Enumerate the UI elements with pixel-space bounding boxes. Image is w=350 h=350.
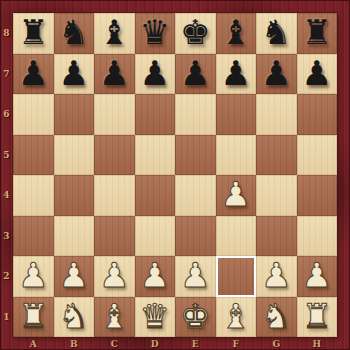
piece-white-pawn[interactable]: ♟	[99, 258, 129, 292]
rank-labels: 87654321	[0, 13, 13, 337]
file-label-c: C	[94, 337, 135, 350]
piece-white-knight[interactable]: ♞	[261, 299, 291, 333]
square-c8[interactable]: ♝	[94, 13, 135, 54]
file-label-g: G	[256, 337, 297, 350]
square-e7[interactable]: ♟	[175, 54, 216, 95]
piece-white-rook[interactable]: ♜	[18, 299, 48, 333]
square-h6[interactable]	[297, 94, 338, 135]
piece-white-bishop[interactable]: ♝	[99, 299, 129, 333]
square-a6[interactable]	[13, 94, 54, 135]
square-f6[interactable]	[216, 94, 257, 135]
square-b7[interactable]: ♟	[54, 54, 95, 95]
rank-label-6: 6	[0, 94, 13, 135]
rank-label-5: 5	[0, 135, 13, 176]
square-b2[interactable]: ♟	[54, 256, 95, 297]
piece-black-pawn[interactable]: ♟	[99, 56, 129, 90]
file-label-a: A	[13, 337, 54, 350]
square-h5[interactable]	[297, 135, 338, 176]
square-c6[interactable]	[94, 94, 135, 135]
chess-board: ♜♞♝♛♚♝♞♜♟♟♟♟♟♟♟♟♟♟♟♟♟♟♟♟♜♞♝♛♚♝♞♜	[13, 13, 337, 337]
square-b1[interactable]: ♞	[54, 297, 95, 338]
square-f8[interactable]: ♝	[216, 13, 257, 54]
square-d4[interactable]	[135, 175, 176, 216]
piece-black-bishop[interactable]: ♝	[99, 15, 129, 49]
piece-black-pawn[interactable]: ♟	[140, 56, 170, 90]
piece-white-pawn[interactable]: ♟	[18, 258, 48, 292]
piece-white-pawn[interactable]: ♟	[140, 258, 170, 292]
square-e2[interactable]: ♟	[175, 256, 216, 297]
rank-label-4: 4	[0, 175, 13, 216]
square-g4[interactable]	[256, 175, 297, 216]
piece-black-pawn[interactable]: ♟	[59, 56, 89, 90]
piece-white-pawn[interactable]: ♟	[261, 258, 291, 292]
piece-black-knight[interactable]: ♞	[59, 15, 89, 49]
square-b5[interactable]	[54, 135, 95, 176]
rank-label-3: 3	[0, 216, 13, 257]
rank-label-8: 8	[0, 13, 13, 54]
piece-black-queen[interactable]: ♛	[140, 15, 170, 49]
piece-black-pawn[interactable]: ♟	[221, 56, 251, 90]
square-h3[interactable]	[297, 216, 338, 257]
square-g3[interactable]	[256, 216, 297, 257]
square-f2[interactable]	[216, 256, 257, 297]
square-d8[interactable]: ♛	[135, 13, 176, 54]
square-h7[interactable]: ♟	[297, 54, 338, 95]
piece-black-rook[interactable]: ♜	[18, 15, 48, 49]
square-a8[interactable]: ♜	[13, 13, 54, 54]
square-h8[interactable]: ♜	[297, 13, 338, 54]
square-c7[interactable]: ♟	[94, 54, 135, 95]
square-c1[interactable]: ♝	[94, 297, 135, 338]
square-h2[interactable]: ♟	[297, 256, 338, 297]
square-c4[interactable]	[94, 175, 135, 216]
square-b8[interactable]: ♞	[54, 13, 95, 54]
piece-white-king[interactable]: ♚	[180, 299, 210, 333]
square-c3[interactable]	[94, 216, 135, 257]
rank-label-1: 1	[0, 297, 13, 338]
square-g1[interactable]: ♞	[256, 297, 297, 338]
file-label-b: B	[54, 337, 95, 350]
square-d1[interactable]: ♛	[135, 297, 176, 338]
square-a7[interactable]: ♟	[13, 54, 54, 95]
square-b6[interactable]	[54, 94, 95, 135]
square-b4[interactable]	[54, 175, 95, 216]
piece-black-king[interactable]: ♚	[180, 15, 210, 49]
square-d7[interactable]: ♟	[135, 54, 176, 95]
piece-white-pawn[interactable]: ♟	[59, 258, 89, 292]
square-f3[interactable]	[216, 216, 257, 257]
square-g7[interactable]: ♟	[256, 54, 297, 95]
square-d2[interactable]: ♟	[135, 256, 176, 297]
square-e6[interactable]	[175, 94, 216, 135]
square-e1[interactable]: ♚	[175, 297, 216, 338]
square-f4[interactable]: ♟	[216, 175, 257, 216]
piece-white-pawn[interactable]: ♟	[180, 258, 210, 292]
square-a3[interactable]	[13, 216, 54, 257]
square-d3[interactable]	[135, 216, 176, 257]
file-label-f: F	[216, 337, 257, 350]
piece-white-bishop[interactable]: ♝	[221, 299, 251, 333]
rank-label-7: 7	[0, 54, 13, 95]
piece-black-pawn[interactable]: ♟	[180, 56, 210, 90]
square-f5[interactable]	[216, 135, 257, 176]
file-label-d: D	[135, 337, 176, 350]
square-e8[interactable]: ♚	[175, 13, 216, 54]
square-a2[interactable]: ♟	[13, 256, 54, 297]
square-g6[interactable]	[256, 94, 297, 135]
square-b3[interactable]	[54, 216, 95, 257]
piece-white-pawn[interactable]: ♟	[302, 258, 332, 292]
square-c5[interactable]	[94, 135, 135, 176]
piece-black-pawn[interactable]: ♟	[261, 56, 291, 90]
piece-white-rook[interactable]: ♜	[302, 299, 332, 333]
square-e4[interactable]	[175, 175, 216, 216]
file-label-h: H	[297, 337, 338, 350]
square-g8[interactable]: ♞	[256, 13, 297, 54]
square-f7[interactable]: ♟	[216, 54, 257, 95]
square-h1[interactable]: ♜	[297, 297, 338, 338]
piece-white-queen[interactable]: ♛	[140, 299, 170, 333]
piece-black-pawn[interactable]: ♟	[302, 56, 332, 90]
file-labels: ABCDEFGH	[13, 337, 337, 350]
square-c2[interactable]: ♟	[94, 256, 135, 297]
board-frame: 87654321 ABCDEFGH ♜♞♝♛♚♝♞♜♟♟♟♟♟♟♟♟♟♟♟♟♟♟…	[0, 0, 350, 350]
square-f1[interactable]: ♝	[216, 297, 257, 338]
square-e5[interactable]	[175, 135, 216, 176]
square-g5[interactable]	[256, 135, 297, 176]
square-a5[interactable]	[13, 135, 54, 176]
square-a1[interactable]: ♜	[13, 297, 54, 338]
piece-white-knight[interactable]: ♞	[59, 299, 89, 333]
square-d5[interactable]	[135, 135, 176, 176]
file-label-e: E	[175, 337, 216, 350]
piece-black-knight[interactable]: ♞	[261, 15, 291, 49]
square-a4[interactable]	[13, 175, 54, 216]
piece-black-rook[interactable]: ♜	[302, 15, 332, 49]
square-e3[interactable]	[175, 216, 216, 257]
piece-black-bishop[interactable]: ♝	[221, 15, 251, 49]
square-h4[interactable]	[297, 175, 338, 216]
piece-white-pawn[interactable]: ♟	[221, 177, 251, 211]
square-g2[interactable]: ♟	[256, 256, 297, 297]
square-d6[interactable]	[135, 94, 176, 135]
piece-black-pawn[interactable]: ♟	[18, 56, 48, 90]
rank-label-2: 2	[0, 256, 13, 297]
